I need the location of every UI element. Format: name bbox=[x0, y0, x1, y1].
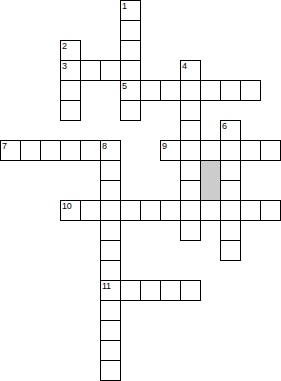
cell-r10-c3[interactable]: 10 bbox=[60, 200, 81, 221]
clue-number-2: 2 bbox=[62, 41, 67, 51]
cell-r10-c10[interactable] bbox=[200, 200, 221, 221]
cell-r10-c12[interactable] bbox=[240, 200, 261, 221]
cell-r7-c4[interactable] bbox=[80, 140, 101, 161]
cell-r18-c5[interactable] bbox=[100, 360, 121, 381]
cell-r9-c5[interactable] bbox=[100, 180, 121, 201]
cell-r7-c5[interactable]: 8 bbox=[100, 140, 121, 161]
cell-r15-c5[interactable] bbox=[100, 300, 121, 321]
cell-r7-c10[interactable] bbox=[200, 140, 221, 161]
cell-r8-c5[interactable] bbox=[100, 160, 121, 181]
clue-number-11: 11 bbox=[102, 281, 111, 291]
cell-r10-c11[interactable] bbox=[220, 200, 241, 221]
cell-r10-c9[interactable] bbox=[180, 200, 201, 221]
cell-r5-c9[interactable] bbox=[180, 100, 201, 121]
cell-r7-c1[interactable] bbox=[20, 140, 41, 161]
clue-number-1: 1 bbox=[122, 1, 127, 11]
cell-r10-c8[interactable] bbox=[160, 200, 181, 221]
cell-r1-c6[interactable] bbox=[120, 20, 141, 41]
cell-r4-c12[interactable] bbox=[240, 80, 261, 101]
cell-r3-c6[interactable] bbox=[120, 60, 141, 81]
cell-r14-c7[interactable] bbox=[140, 280, 161, 301]
cell-r3-c5[interactable] bbox=[100, 60, 121, 81]
clue-number-10: 10 bbox=[62, 201, 71, 211]
cell-r7-c9[interactable] bbox=[180, 140, 201, 161]
clue-number-8: 8 bbox=[102, 141, 107, 151]
cell-r0-c6[interactable]: 1 bbox=[120, 0, 141, 21]
cell-r14-c6[interactable] bbox=[120, 280, 141, 301]
clue-number-3: 3 bbox=[62, 61, 67, 71]
clue-number-6: 6 bbox=[222, 121, 227, 131]
cell-r11-c9[interactable] bbox=[180, 220, 201, 241]
cell-r6-c11[interactable]: 6 bbox=[220, 120, 241, 141]
crossword-board: 1234567891011 bbox=[0, 0, 281, 381]
cell-r4-c7[interactable] bbox=[140, 80, 161, 101]
cell-r14-c9[interactable] bbox=[180, 280, 201, 301]
cell-r10-c6[interactable] bbox=[120, 200, 141, 221]
cell-r4-c10[interactable] bbox=[200, 80, 221, 101]
cell-r9-c11[interactable] bbox=[220, 180, 241, 201]
clue-number-7: 7 bbox=[2, 141, 7, 151]
cell-r3-c3[interactable]: 3 bbox=[60, 60, 81, 81]
cell-r7-c3[interactable] bbox=[60, 140, 81, 161]
cell-r17-c5[interactable] bbox=[100, 340, 121, 361]
highlighted-cell-block[interactable] bbox=[200, 160, 221, 201]
clue-number-4: 4 bbox=[182, 61, 187, 71]
cell-r14-c5[interactable]: 11 bbox=[100, 280, 121, 301]
cell-r7-c2[interactable] bbox=[40, 140, 61, 161]
cell-r11-c5[interactable] bbox=[100, 220, 121, 241]
cell-r7-c8[interactable]: 9 bbox=[160, 140, 181, 161]
clue-number-9: 9 bbox=[162, 141, 167, 151]
cell-r7-c13[interactable] bbox=[260, 140, 281, 161]
cell-r7-c11[interactable] bbox=[220, 140, 241, 161]
cell-r10-c7[interactable] bbox=[140, 200, 161, 221]
cell-r4-c6[interactable]: 5 bbox=[120, 80, 141, 101]
cell-r4-c11[interactable] bbox=[220, 80, 241, 101]
cell-r10-c13[interactable] bbox=[260, 200, 281, 221]
cell-r4-c9[interactable] bbox=[180, 80, 201, 101]
cell-r3-c9[interactable]: 4 bbox=[180, 60, 201, 81]
cell-r5-c3[interactable] bbox=[60, 100, 81, 121]
cell-r4-c8[interactable] bbox=[160, 80, 181, 101]
cell-r5-c6[interactable] bbox=[120, 100, 141, 121]
cell-r7-c12[interactable] bbox=[240, 140, 261, 161]
cell-r16-c5[interactable] bbox=[100, 320, 121, 341]
cell-r2-c6[interactable] bbox=[120, 40, 141, 61]
cell-r3-c4[interactable] bbox=[80, 60, 101, 81]
cell-r4-c3[interactable] bbox=[60, 80, 81, 101]
cell-r9-c9[interactable] bbox=[180, 180, 201, 201]
cell-r12-c11[interactable] bbox=[220, 240, 241, 261]
cell-r8-c9[interactable] bbox=[180, 160, 201, 181]
cell-r13-c5[interactable] bbox=[100, 260, 121, 281]
cell-r10-c5[interactable] bbox=[100, 200, 121, 221]
cell-r7-c0[interactable]: 7 bbox=[0, 140, 21, 161]
cell-r14-c8[interactable] bbox=[160, 280, 181, 301]
cell-r11-c11[interactable] bbox=[220, 220, 241, 241]
cell-r2-c3[interactable]: 2 bbox=[60, 40, 81, 61]
cell-r8-c11[interactable] bbox=[220, 160, 241, 181]
cell-r10-c4[interactable] bbox=[80, 200, 101, 221]
cell-r12-c5[interactable] bbox=[100, 240, 121, 261]
cell-r6-c9[interactable] bbox=[180, 120, 201, 141]
clue-number-5: 5 bbox=[122, 81, 127, 91]
